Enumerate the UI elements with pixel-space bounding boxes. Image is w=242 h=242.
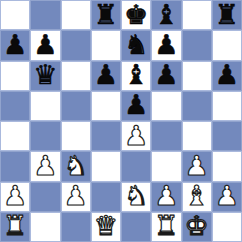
white-rook[interactable]: ♜: [154, 212, 178, 239]
white-pawn[interactable]: ♟: [154, 182, 178, 209]
white-pawn[interactable]: ♟: [33, 152, 57, 179]
black-knight[interactable]: ♞: [124, 31, 148, 58]
square-d4[interactable]: [91, 121, 121, 151]
square-b4[interactable]: [30, 121, 60, 151]
square-e6[interactable]: ♝: [121, 61, 151, 91]
white-queen[interactable]: ♛: [94, 212, 118, 239]
square-e3[interactable]: [121, 151, 151, 181]
square-a5[interactable]: [0, 91, 30, 121]
square-e5[interactable]: ♟: [121, 91, 151, 121]
square-d1[interactable]: ♛: [91, 212, 121, 242]
black-rook[interactable]: ♜: [94, 1, 118, 28]
square-d8[interactable]: ♜: [91, 0, 121, 30]
square-h8[interactable]: ♜: [212, 0, 242, 30]
black-pawn[interactable]: ♟: [215, 61, 239, 88]
square-c6[interactable]: [61, 61, 91, 91]
white-pawn[interactable]: ♟: [215, 182, 239, 209]
square-d7[interactable]: [91, 30, 121, 60]
square-c7[interactable]: [61, 30, 91, 60]
square-a1[interactable]: ♜: [0, 212, 30, 242]
square-h2[interactable]: ♟: [212, 182, 242, 212]
square-f7[interactable]: ♟: [151, 30, 181, 60]
black-queen[interactable]: ♛: [33, 61, 57, 88]
square-d6[interactable]: ♟: [91, 61, 121, 91]
square-h3[interactable]: [212, 151, 242, 181]
square-g8[interactable]: [182, 0, 212, 30]
white-pawn[interactable]: ♟: [185, 152, 209, 179]
square-h4[interactable]: [212, 121, 242, 151]
square-b6[interactable]: ♛: [30, 61, 60, 91]
square-c8[interactable]: [61, 0, 91, 30]
square-a8[interactable]: [0, 0, 30, 30]
chess-board: ♜♚♝♜♟♟♞♟♛♟♝♟♟♟♟♟♞♟♟♟♞♟♝♟♜♛♜♚: [0, 0, 242, 242]
square-g3[interactable]: ♟: [182, 151, 212, 181]
square-f2[interactable]: ♟: [151, 182, 181, 212]
square-e8[interactable]: ♚: [121, 0, 151, 30]
black-pawn[interactable]: ♟: [154, 31, 178, 58]
square-a3[interactable]: [0, 151, 30, 181]
black-pawn[interactable]: ♟: [3, 31, 27, 58]
black-king[interactable]: ♚: [124, 1, 148, 28]
square-a6[interactable]: [0, 61, 30, 91]
white-pawn[interactable]: ♟: [3, 182, 27, 209]
black-pawn[interactable]: ♟: [94, 61, 118, 88]
square-c3[interactable]: ♞: [61, 151, 91, 181]
square-c5[interactable]: [61, 91, 91, 121]
square-a4[interactable]: [0, 121, 30, 151]
square-f3[interactable]: [151, 151, 181, 181]
white-pawn[interactable]: ♟: [64, 182, 88, 209]
square-f6[interactable]: ♟: [151, 61, 181, 91]
square-c2[interactable]: ♟: [61, 182, 91, 212]
square-h5[interactable]: [212, 91, 242, 121]
square-f1[interactable]: ♜: [151, 212, 181, 242]
white-pawn[interactable]: ♟: [124, 122, 148, 149]
white-king[interactable]: ♚: [185, 212, 209, 239]
square-f4[interactable]: [151, 121, 181, 151]
white-rook[interactable]: ♜: [3, 212, 27, 239]
square-b5[interactable]: [30, 91, 60, 121]
square-f8[interactable]: ♝: [151, 0, 181, 30]
black-rook[interactable]: ♜: [215, 1, 239, 28]
square-a7[interactable]: ♟: [0, 30, 30, 60]
white-bishop[interactable]: ♝: [185, 182, 209, 209]
square-d3[interactable]: [91, 151, 121, 181]
square-f5[interactable]: [151, 91, 181, 121]
square-e7[interactable]: ♞: [121, 30, 151, 60]
square-b1[interactable]: [30, 212, 60, 242]
square-d2[interactable]: [91, 182, 121, 212]
black-bishop[interactable]: ♝: [124, 61, 148, 88]
white-knight[interactable]: ♞: [64, 152, 88, 179]
black-pawn[interactable]: ♟: [33, 31, 57, 58]
square-a2[interactable]: ♟: [0, 182, 30, 212]
square-g7[interactable]: [182, 30, 212, 60]
square-b7[interactable]: ♟: [30, 30, 60, 60]
square-d5[interactable]: [91, 91, 121, 121]
square-g5[interactable]: [182, 91, 212, 121]
square-g6[interactable]: [182, 61, 212, 91]
square-e1[interactable]: [121, 212, 151, 242]
square-h7[interactable]: [212, 30, 242, 60]
square-b3[interactable]: ♟: [30, 151, 60, 181]
square-c4[interactable]: [61, 121, 91, 151]
square-b2[interactable]: [30, 182, 60, 212]
square-h1[interactable]: [212, 212, 242, 242]
black-bishop[interactable]: ♝: [154, 1, 178, 28]
square-g4[interactable]: [182, 121, 212, 151]
square-e2[interactable]: ♞: [121, 182, 151, 212]
square-b8[interactable]: [30, 0, 60, 30]
square-c1[interactable]: [61, 212, 91, 242]
black-pawn[interactable]: ♟: [154, 61, 178, 88]
square-h6[interactable]: ♟: [212, 61, 242, 91]
black-pawn[interactable]: ♟: [124, 91, 148, 118]
square-e4[interactable]: ♟: [121, 121, 151, 151]
square-g1[interactable]: ♚: [182, 212, 212, 242]
square-g2[interactable]: ♝: [182, 182, 212, 212]
white-knight[interactable]: ♞: [124, 182, 148, 209]
